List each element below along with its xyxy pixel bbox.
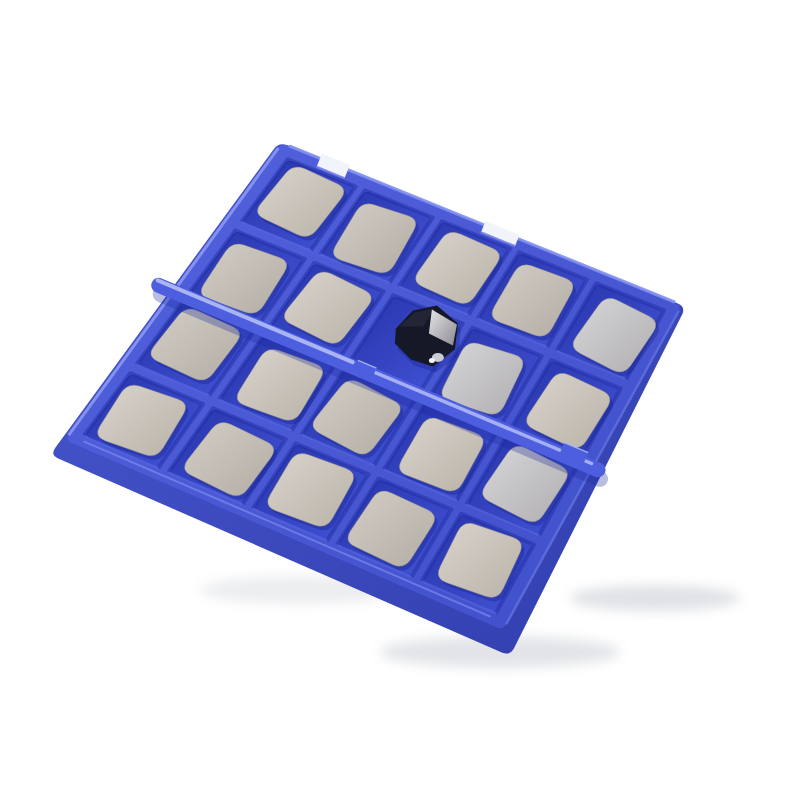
- product-photo: [0, 0, 800, 800]
- ground-shadow-blob: [570, 585, 740, 611]
- insert-box-scene: [0, 0, 800, 800]
- black-insert-glint-bright: [429, 358, 435, 363]
